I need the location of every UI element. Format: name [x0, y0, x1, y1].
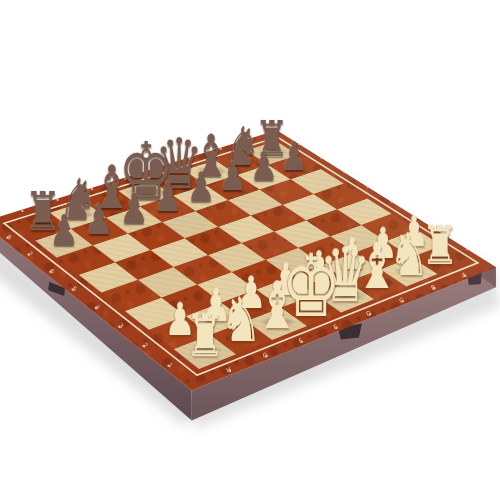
piece-black-pawn-h7: ♟ — [49, 210, 79, 252]
piece-black-pawn-c7: ♟ — [219, 156, 247, 196]
piece-white-rook-h1: ♜ — [185, 308, 225, 365]
piece-black-pawn-d7: ♟ — [186, 166, 215, 207]
piece-black-pawn-f7: ♟ — [120, 188, 149, 230]
piece-white-knight-g1: ♞ — [220, 291, 262, 352]
chess-set-product-photo: HGFEDCBA12345678 ♜♞♟♝♟♛♟♚♟♝♟♞♟♟♜♟♟♜♟♟♞♟♝… — [0, 0, 500, 500]
piece-black-pawn-a7: ♟ — [280, 136, 308, 176]
piece-black-pawn-g7: ♟ — [85, 199, 114, 241]
piece-black-pawn-b7: ♟ — [250, 146, 278, 186]
pieces-layer: ♜♞♟♝♟♛♟♚♟♝♟♞♟♟♜♟♟♜♟♟♞♟♝♟♛♟♚♟♝♟♞♜ — [0, 0, 500, 500]
piece-black-pawn-e7: ♟ — [153, 177, 182, 218]
